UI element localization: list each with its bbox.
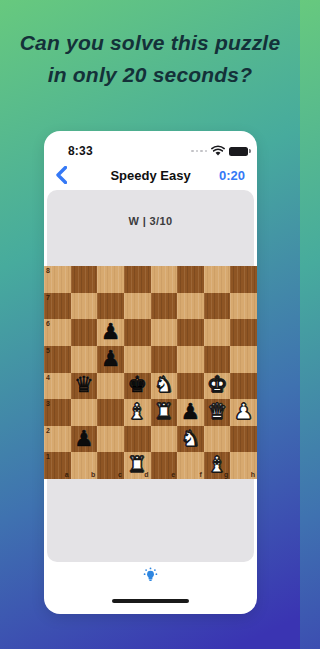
- hint-button[interactable]: [44, 567, 257, 584]
- square-a3[interactable]: 3: [44, 399, 71, 426]
- square-e1[interactable]: e: [151, 452, 178, 479]
- square-c3[interactable]: [97, 399, 124, 426]
- square-f8[interactable]: [177, 266, 204, 293]
- piece-black-pawn-c5[interactable]: ♟: [101, 348, 121, 371]
- square-a6[interactable]: 6: [44, 319, 71, 346]
- status-bar: 8:33: [44, 142, 257, 160]
- file-label-c: c: [118, 471, 122, 478]
- rank-label-4: 4: [46, 374, 50, 381]
- square-g7[interactable]: [204, 293, 231, 320]
- square-h2[interactable]: [230, 426, 257, 453]
- piece-black-king-d4[interactable]: ♚: [127, 374, 147, 397]
- square-h1[interactable]: h: [230, 452, 257, 479]
- square-g3[interactable]: ♛: [204, 399, 231, 426]
- square-g4[interactable]: ♚: [204, 373, 231, 400]
- headline-line1: Can you solve this puzzle: [20, 31, 281, 54]
- square-a8[interactable]: 8: [44, 266, 71, 293]
- square-e6[interactable]: [151, 319, 178, 346]
- rank-label-6: 6: [46, 320, 50, 327]
- square-f6[interactable]: [177, 319, 204, 346]
- piece-white-queen-g3[interactable]: ♛: [207, 401, 227, 424]
- cellular-signal-icon: [191, 150, 207, 153]
- puzzle-status-text: W | 3/10: [44, 215, 257, 227]
- square-a5[interactable]: 5: [44, 346, 71, 373]
- piece-black-pawn-c6[interactable]: ♟: [101, 321, 121, 344]
- piece-white-king-g4[interactable]: ♚: [207, 374, 227, 397]
- piece-white-rook-e3[interactable]: ♜: [154, 401, 174, 424]
- square-b6[interactable]: [71, 319, 98, 346]
- square-e3[interactable]: ♜: [151, 399, 178, 426]
- square-d6[interactable]: [124, 319, 151, 346]
- square-h7[interactable]: [230, 293, 257, 320]
- square-c1[interactable]: c: [97, 452, 124, 479]
- square-c5[interactable]: ♟: [97, 346, 124, 373]
- square-e7[interactable]: [151, 293, 178, 320]
- square-a4[interactable]: 4: [44, 373, 71, 400]
- countdown-timer: 0:20: [219, 168, 245, 183]
- square-b7[interactable]: [71, 293, 98, 320]
- square-d3[interactable]: ♝: [124, 399, 151, 426]
- piece-black-queen-b4[interactable]: ♛: [74, 374, 94, 397]
- square-c7[interactable]: [97, 293, 124, 320]
- square-d8[interactable]: [124, 266, 151, 293]
- square-b3[interactable]: [71, 399, 98, 426]
- square-d5[interactable]: [124, 346, 151, 373]
- piece-white-knight-f2[interactable]: ♞: [181, 428, 201, 451]
- rank-label-1: 1: [46, 453, 50, 460]
- wifi-icon: [211, 142, 225, 160]
- status-bar-icons: [191, 142, 248, 160]
- square-h8[interactable]: [230, 266, 257, 293]
- nav-bar: Speedy Easy 0:20: [44, 164, 257, 186]
- square-g5[interactable]: [204, 346, 231, 373]
- square-a1[interactable]: 1a: [44, 452, 71, 479]
- square-c8[interactable]: [97, 266, 124, 293]
- square-c6[interactable]: ♟: [97, 319, 124, 346]
- file-label-g: g: [224, 471, 228, 478]
- square-f1[interactable]: f: [177, 452, 204, 479]
- rank-label-8: 8: [46, 267, 50, 274]
- square-f2[interactable]: ♞: [177, 426, 204, 453]
- square-g6[interactable]: [204, 319, 231, 346]
- square-f3[interactable]: ♟: [177, 399, 204, 426]
- file-label-d: d: [144, 471, 148, 478]
- square-e8[interactable]: [151, 266, 178, 293]
- rank-label-2: 2: [46, 427, 50, 434]
- square-h4[interactable]: [230, 373, 257, 400]
- lightbulb-icon: [142, 567, 159, 584]
- piece-black-pawn-b2[interactable]: ♟: [74, 428, 94, 451]
- piece-white-knight-e4[interactable]: ♞: [154, 374, 174, 397]
- square-b2[interactable]: ♟: [71, 426, 98, 453]
- file-label-b: b: [91, 471, 95, 478]
- back-button[interactable]: [56, 166, 68, 184]
- rank-label-3: 3: [46, 400, 50, 407]
- file-label-a: a: [65, 471, 69, 478]
- square-c2[interactable]: [97, 426, 124, 453]
- square-b1[interactable]: b: [71, 452, 98, 479]
- piece-white-bishop-d3[interactable]: ♝: [127, 401, 147, 424]
- square-f4[interactable]: [177, 373, 204, 400]
- square-h3[interactable]: ♟: [230, 399, 257, 426]
- square-g1[interactable]: g♝: [204, 452, 231, 479]
- square-b4[interactable]: ♛: [71, 373, 98, 400]
- square-e2[interactable]: [151, 426, 178, 453]
- chevron-left-icon: [56, 166, 67, 184]
- square-b5[interactable]: [71, 346, 98, 373]
- file-label-f: f: [199, 471, 201, 478]
- square-g8[interactable]: [204, 266, 231, 293]
- headline-line2: in only 20 seconds?: [48, 63, 253, 86]
- rank-label-5: 5: [46, 347, 50, 354]
- square-d1[interactable]: d♜: [124, 452, 151, 479]
- chess-board: 876♟5♟4♛♚♞♚3♝♜♟♛♟2♟♞1abcd♜efg♝h: [44, 266, 257, 479]
- square-d7[interactable]: [124, 293, 151, 320]
- square-f5[interactable]: [177, 346, 204, 373]
- square-f7[interactable]: [177, 293, 204, 320]
- square-h6[interactable]: [230, 319, 257, 346]
- file-label-e: e: [171, 471, 175, 478]
- square-d2[interactable]: [124, 426, 151, 453]
- marketing-headline: Can you solve this puzzle in only 20 sec…: [0, 27, 300, 91]
- square-g2[interactable]: [204, 426, 231, 453]
- square-a7[interactable]: 7: [44, 293, 71, 320]
- home-indicator[interactable]: [112, 599, 189, 603]
- square-b8[interactable]: [71, 266, 98, 293]
- square-a2[interactable]: 2: [44, 426, 71, 453]
- square-h5[interactable]: [230, 346, 257, 373]
- piece-white-pawn-h3[interactable]: ♟: [234, 401, 254, 424]
- file-label-h: h: [251, 471, 255, 478]
- status-bar-time: 8:33: [68, 144, 93, 158]
- battery-icon: [229, 147, 248, 156]
- rank-label-7: 7: [46, 294, 50, 301]
- piece-black-pawn-f3[interactable]: ♟: [181, 401, 201, 424]
- square-c4[interactable]: [97, 373, 124, 400]
- square-e4[interactable]: ♞: [151, 373, 178, 400]
- square-e5[interactable]: [151, 346, 178, 373]
- phone-screenshot-frame: 8:33 Speedy Easy 0:20 W | 3/10 876♟5♟4♛♚…: [44, 131, 257, 614]
- square-d4[interactable]: ♚: [124, 373, 151, 400]
